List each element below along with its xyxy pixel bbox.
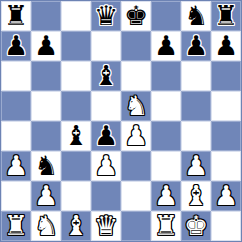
square-c5[interactable] xyxy=(61,91,91,121)
square-c4[interactable]: ♝ xyxy=(61,121,91,151)
square-f5[interactable] xyxy=(151,91,181,121)
square-f7[interactable]: ♟ xyxy=(151,31,181,61)
square-d7[interactable] xyxy=(91,31,121,61)
square-d5[interactable] xyxy=(91,91,121,121)
square-b2[interactable]: ♟ xyxy=(31,181,61,211)
piece-black-pawn[interactable]: ♟ xyxy=(94,121,118,151)
square-g2[interactable]: ♝ xyxy=(181,181,211,211)
square-b1[interactable]: ♞ xyxy=(31,211,61,241)
square-f4[interactable] xyxy=(151,121,181,151)
square-d4[interactable]: ♟ xyxy=(91,121,121,151)
piece-white-pawn[interactable]: ♟ xyxy=(154,181,178,211)
piece-black-pawn[interactable]: ♟ xyxy=(214,31,238,61)
square-a8[interactable]: ♜ xyxy=(1,1,31,31)
piece-white-pawn[interactable]: ♟ xyxy=(34,181,58,211)
square-e8[interactable]: ♚ xyxy=(121,1,151,31)
piece-white-pawn[interactable]: ♟ xyxy=(94,151,118,181)
square-d1[interactable]: ♛ xyxy=(91,211,121,241)
square-a4[interactable] xyxy=(1,121,31,151)
square-h5[interactable] xyxy=(211,91,241,121)
square-g5[interactable] xyxy=(181,91,211,121)
piece-black-bishop[interactable]: ♝ xyxy=(64,121,88,151)
square-b3[interactable]: ♞ xyxy=(31,151,61,181)
square-c8[interactable] xyxy=(61,1,91,31)
square-d2[interactable] xyxy=(91,181,121,211)
piece-black-rook[interactable]: ♜ xyxy=(4,1,28,31)
square-a1[interactable]: ♜ xyxy=(1,211,31,241)
square-d3[interactable]: ♟ xyxy=(91,151,121,181)
piece-black-pawn[interactable]: ♟ xyxy=(184,31,208,61)
chess-board: ♜♛♚♞♜♟♟♟♟♟♝♞♝♟♟♟♞♟♟♟♟♝♟♜♞♝♛♜♚ xyxy=(0,0,242,242)
piece-white-rook[interactable]: ♜ xyxy=(154,211,178,241)
square-g8[interactable]: ♞ xyxy=(181,1,211,31)
piece-black-bishop[interactable]: ♝ xyxy=(94,61,118,91)
square-e4[interactable]: ♟ xyxy=(121,121,151,151)
piece-white-pawn[interactable]: ♟ xyxy=(184,151,208,181)
square-c7[interactable] xyxy=(61,31,91,61)
piece-white-pawn[interactable]: ♟ xyxy=(214,181,238,211)
square-f1[interactable]: ♜ xyxy=(151,211,181,241)
piece-black-pawn[interactable]: ♟ xyxy=(34,31,58,61)
piece-white-queen[interactable]: ♛ xyxy=(94,211,118,241)
square-h6[interactable] xyxy=(211,61,241,91)
square-f6[interactable] xyxy=(151,61,181,91)
square-b6[interactable] xyxy=(31,61,61,91)
square-h2[interactable]: ♟ xyxy=(211,181,241,211)
square-b8[interactable] xyxy=(31,1,61,31)
piece-white-bishop[interactable]: ♝ xyxy=(64,211,88,241)
piece-white-pawn[interactable]: ♟ xyxy=(4,151,28,181)
piece-white-pawn[interactable]: ♟ xyxy=(124,121,148,151)
square-h1[interactable] xyxy=(211,211,241,241)
square-c3[interactable] xyxy=(61,151,91,181)
piece-black-rook[interactable]: ♜ xyxy=(214,1,238,31)
square-c6[interactable] xyxy=(61,61,91,91)
square-g6[interactable] xyxy=(181,61,211,91)
piece-white-king[interactable]: ♚ xyxy=(184,211,208,241)
square-b5[interactable] xyxy=(31,91,61,121)
piece-black-queen[interactable]: ♛ xyxy=(94,1,118,31)
square-e3[interactable] xyxy=(121,151,151,181)
square-a7[interactable]: ♟ xyxy=(1,31,31,61)
piece-white-knight[interactable]: ♞ xyxy=(34,211,58,241)
square-g4[interactable] xyxy=(181,121,211,151)
piece-black-knight[interactable]: ♞ xyxy=(34,151,58,181)
piece-black-pawn[interactable]: ♟ xyxy=(4,31,28,61)
square-d6[interactable]: ♝ xyxy=(91,61,121,91)
piece-white-bishop[interactable]: ♝ xyxy=(184,181,208,211)
piece-black-pawn[interactable]: ♟ xyxy=(154,31,178,61)
piece-white-knight[interactable]: ♞ xyxy=(124,91,148,121)
square-h8[interactable]: ♜ xyxy=(211,1,241,31)
square-e7[interactable] xyxy=(121,31,151,61)
square-g3[interactable]: ♟ xyxy=(181,151,211,181)
square-b4[interactable] xyxy=(31,121,61,151)
square-g1[interactable]: ♚ xyxy=(181,211,211,241)
square-a2[interactable] xyxy=(1,181,31,211)
square-h4[interactable] xyxy=(211,121,241,151)
square-e2[interactable] xyxy=(121,181,151,211)
piece-black-knight[interactable]: ♞ xyxy=(184,1,208,31)
piece-white-rook[interactable]: ♜ xyxy=(4,211,28,241)
square-h7[interactable]: ♟ xyxy=(211,31,241,61)
square-c2[interactable] xyxy=(61,181,91,211)
square-e6[interactable] xyxy=(121,61,151,91)
square-e1[interactable] xyxy=(121,211,151,241)
piece-black-king[interactable]: ♚ xyxy=(124,1,148,31)
square-c1[interactable]: ♝ xyxy=(61,211,91,241)
square-a3[interactable]: ♟ xyxy=(1,151,31,181)
square-e5[interactable]: ♞ xyxy=(121,91,151,121)
square-b7[interactable]: ♟ xyxy=(31,31,61,61)
square-g7[interactable]: ♟ xyxy=(181,31,211,61)
square-f8[interactable] xyxy=(151,1,181,31)
square-f3[interactable] xyxy=(151,151,181,181)
square-a5[interactable] xyxy=(1,91,31,121)
square-a6[interactable] xyxy=(1,61,31,91)
square-d8[interactable]: ♛ xyxy=(91,1,121,31)
square-h3[interactable] xyxy=(211,151,241,181)
square-f2[interactable]: ♟ xyxy=(151,181,181,211)
